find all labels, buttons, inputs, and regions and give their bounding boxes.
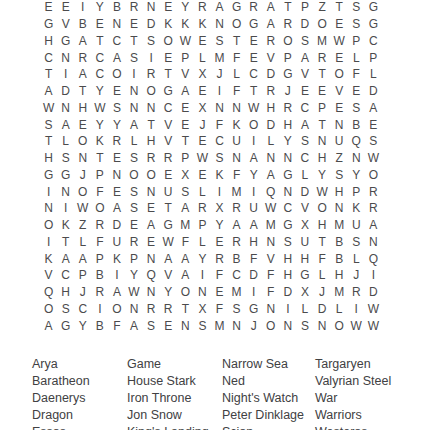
grid-cell[interactable]: F	[262, 284, 279, 301]
grid-cell[interactable]: E	[143, 200, 160, 217]
grid-cell[interactable]: N	[228, 100, 245, 117]
grid-cell[interactable]: E	[108, 183, 125, 200]
grid-cell[interactable]: N	[262, 301, 279, 318]
grid-cell[interactable]: L	[348, 49, 365, 66]
grid-cell[interactable]: S	[125, 49, 142, 66]
grid-cell[interactable]: N	[228, 150, 245, 167]
grid-cell[interactable]: J	[279, 83, 296, 100]
grid-cell[interactable]: C	[211, 133, 228, 150]
grid-cell[interactable]: D	[262, 116, 279, 133]
grid-cell[interactable]: U	[331, 133, 348, 150]
grid-cell[interactable]: O	[331, 66, 348, 83]
grid-cell[interactable]: M	[211, 317, 228, 334]
grid-cell[interactable]: W	[177, 33, 194, 50]
grid-cell[interactable]: G	[228, 0, 245, 16]
grid-cell[interactable]: K	[211, 167, 228, 184]
grid-cell[interactable]: O	[365, 167, 382, 184]
grid-cell[interactable]: S	[143, 33, 160, 50]
grid-cell[interactable]: A	[108, 284, 125, 301]
grid-cell[interactable]: Y	[91, 0, 108, 16]
grid-cell[interactable]: I	[57, 200, 74, 217]
grid-cell[interactable]: U	[108, 234, 125, 251]
grid-cell[interactable]: O	[262, 317, 279, 334]
grid-cell[interactable]: K	[57, 217, 74, 234]
grid-cell[interactable]: H	[143, 133, 160, 150]
grid-cell[interactable]: Y	[91, 116, 108, 133]
grid-cell[interactable]: E	[108, 83, 125, 100]
grid-cell[interactable]: F	[228, 49, 245, 66]
grid-cell[interactable]: S	[125, 183, 142, 200]
grid-cell[interactable]: E	[194, 83, 211, 100]
grid-cell[interactable]: I	[143, 49, 160, 66]
grid-cell[interactable]: P	[348, 183, 365, 200]
grid-cell[interactable]: T	[57, 234, 74, 251]
grid-cell[interactable]: A	[40, 83, 57, 100]
grid-cell[interactable]: T	[91, 150, 108, 167]
grid-cell[interactable]: D	[245, 267, 262, 284]
grid-cell[interactable]: G	[57, 33, 74, 50]
grid-cell[interactable]: E	[108, 150, 125, 167]
grid-cell[interactable]: G	[57, 167, 74, 184]
grid-cell[interactable]: A	[365, 100, 382, 117]
grid-cell[interactable]: C	[74, 301, 91, 318]
grid-cell[interactable]: T	[74, 83, 91, 100]
grid-cell[interactable]: S	[143, 317, 160, 334]
grid-cell[interactable]: K	[160, 16, 177, 33]
grid-cell[interactable]: N	[279, 317, 296, 334]
grid-cell[interactable]: O	[74, 133, 91, 150]
grid-cell[interactable]: X	[211, 200, 228, 217]
grid-cell[interactable]: R	[160, 301, 177, 318]
grid-cell[interactable]: P	[365, 49, 382, 66]
grid-cell[interactable]: Y	[314, 167, 331, 184]
grid-cell[interactable]: E	[194, 133, 211, 150]
grid-cell[interactable]: F	[314, 250, 331, 267]
grid-cell[interactable]: E	[211, 284, 228, 301]
grid-cell[interactable]: B	[91, 317, 108, 334]
grid-cell[interactable]: P	[296, 0, 313, 16]
grid-cell[interactable]: S	[296, 317, 313, 334]
grid-cell[interactable]: Y	[160, 284, 177, 301]
grid-cell[interactable]: T	[91, 33, 108, 50]
grid-cell[interactable]: I	[245, 183, 262, 200]
grid-cell[interactable]: N	[262, 150, 279, 167]
grid-cell[interactable]: E	[245, 33, 262, 50]
grid-cell[interactable]: O	[143, 83, 160, 100]
grid-cell[interactable]: N	[279, 183, 296, 200]
grid-cell[interactable]: N	[143, 250, 160, 267]
grid-cell[interactable]: I	[57, 66, 74, 83]
grid-cell[interactable]: E	[125, 16, 142, 33]
grid-cell[interactable]: E	[365, 116, 382, 133]
grid-cell[interactable]: M	[211, 49, 228, 66]
grid-cell[interactable]: T	[314, 116, 331, 133]
grid-cell[interactable]: A	[296, 49, 313, 66]
grid-cell[interactable]: L	[331, 301, 348, 318]
grid-cell[interactable]: H	[40, 150, 57, 167]
grid-cell[interactable]: D	[108, 217, 125, 234]
grid-cell[interactable]: S	[279, 234, 296, 251]
grid-cell[interactable]: R	[160, 150, 177, 167]
grid-cell[interactable]: J	[194, 116, 211, 133]
grid-cell[interactable]: T	[160, 66, 177, 83]
grid-cell[interactable]: A	[262, 167, 279, 184]
grid-cell[interactable]: S	[228, 301, 245, 318]
grid-cell[interactable]: L	[194, 49, 211, 66]
grid-cell[interactable]: E	[331, 16, 348, 33]
grid-cell[interactable]: E	[160, 167, 177, 184]
grid-cell[interactable]: E	[143, 234, 160, 251]
grid-cell[interactable]: R	[125, 0, 142, 16]
grid-cell[interactable]: H	[245, 234, 262, 251]
grid-cell[interactable]: F	[211, 301, 228, 318]
grid-cell[interactable]: P	[74, 267, 91, 284]
grid-cell[interactable]: V	[262, 49, 279, 66]
grid-cell[interactable]: A	[245, 150, 262, 167]
grid-cell[interactable]: N	[314, 133, 331, 150]
grid-cell[interactable]: G	[365, 0, 382, 16]
grid-cell[interactable]: S	[40, 116, 57, 133]
grid-cell[interactable]: F	[108, 317, 125, 334]
grid-cell[interactable]: O	[314, 16, 331, 33]
grid-cell[interactable]: D	[314, 301, 331, 318]
grid-cell[interactable]: P	[348, 33, 365, 50]
grid-cell[interactable]: Y	[211, 217, 228, 234]
grid-cell[interactable]: L	[125, 133, 142, 150]
grid-cell[interactable]: B	[74, 16, 91, 33]
grid-cell[interactable]: E	[194, 167, 211, 184]
grid-cell[interactable]: X	[194, 301, 211, 318]
grid-cell[interactable]: E	[125, 217, 142, 234]
grid-cell[interactable]: Z	[74, 217, 91, 234]
grid-cell[interactable]: N	[143, 183, 160, 200]
grid-cell[interactable]: M	[262, 217, 279, 234]
grid-cell[interactable]: T	[314, 234, 331, 251]
grid-cell[interactable]: O	[228, 16, 245, 33]
grid-cell[interactable]: T	[279, 0, 296, 16]
grid-cell[interactable]: G	[245, 16, 262, 33]
grid-cell[interactable]: S	[296, 33, 313, 50]
grid-cell[interactable]: V	[296, 200, 313, 217]
grid-cell[interactable]: A	[108, 49, 125, 66]
grid-cell[interactable]: Y	[348, 167, 365, 184]
grid-cell[interactable]: G	[296, 267, 313, 284]
grid-cell[interactable]: I	[125, 66, 142, 83]
grid-cell[interactable]: A	[262, 16, 279, 33]
grid-cell[interactable]: R	[91, 284, 108, 301]
grid-cell[interactable]: E	[91, 16, 108, 33]
grid-cell[interactable]: A	[228, 217, 245, 234]
grid-cell[interactable]: O	[125, 167, 142, 184]
grid-cell[interactable]: C	[296, 100, 313, 117]
grid-cell[interactable]: D	[57, 83, 74, 100]
grid-cell[interactable]: I	[348, 301, 365, 318]
grid-cell[interactable]: C	[228, 267, 245, 284]
grid-cell[interactable]: W	[125, 284, 142, 301]
grid-cell[interactable]: J	[348, 267, 365, 284]
grid-cell[interactable]: P	[177, 150, 194, 167]
grid-cell[interactable]: A	[296, 116, 313, 133]
grid-cell[interactable]: S	[194, 317, 211, 334]
grid-cell[interactable]: R	[194, 0, 211, 16]
grid-cell[interactable]: S	[108, 100, 125, 117]
grid-cell[interactable]: C	[91, 49, 108, 66]
grid-cell[interactable]: N	[57, 100, 74, 117]
grid-cell[interactable]: Q	[143, 267, 160, 284]
grid-cell[interactable]: Y	[91, 83, 108, 100]
grid-cell[interactable]: N	[108, 167, 125, 184]
grid-cell[interactable]: T	[177, 133, 194, 150]
grid-cell[interactable]: R	[365, 183, 382, 200]
grid-cell[interactable]: F	[228, 83, 245, 100]
grid-cell[interactable]: O	[108, 301, 125, 318]
grid-cell[interactable]: N	[228, 317, 245, 334]
grid-cell[interactable]: L	[365, 66, 382, 83]
grid-cell[interactable]: O	[40, 301, 57, 318]
grid-cell[interactable]: W	[314, 183, 331, 200]
grid-cell[interactable]: S	[348, 0, 365, 16]
grid-cell[interactable]: W	[160, 234, 177, 251]
grid-cell[interactable]: I	[211, 83, 228, 100]
grid-cell[interactable]: K	[228, 116, 245, 133]
grid-cell[interactable]: G	[40, 167, 57, 184]
grid-cell[interactable]: S	[348, 234, 365, 251]
grid-cell[interactable]: E	[177, 100, 194, 117]
grid-cell[interactable]: F	[348, 66, 365, 83]
grid-cell[interactable]: A	[245, 217, 262, 234]
grid-cell[interactable]: Q	[348, 133, 365, 150]
grid-cell[interactable]: H	[74, 100, 91, 117]
grid-cell[interactable]: T	[331, 0, 348, 16]
grid-cell[interactable]: P	[91, 167, 108, 184]
grid-cell[interactable]: F	[211, 267, 228, 284]
grid-cell[interactable]: Z	[314, 0, 331, 16]
grid-cell[interactable]: K	[108, 250, 125, 267]
grid-cell[interactable]: N	[348, 150, 365, 167]
grid-cell[interactable]: N	[125, 301, 142, 318]
grid-cell[interactable]: L	[262, 133, 279, 150]
grid-cell[interactable]: J	[314, 284, 331, 301]
grid-cell[interactable]: N	[74, 150, 91, 167]
grid-cell[interactable]: E	[74, 116, 91, 133]
grid-cell[interactable]: C	[91, 66, 108, 83]
grid-cell[interactable]: V	[57, 16, 74, 33]
grid-cell[interactable]: A	[74, 33, 91, 50]
grid-cell[interactable]: C	[279, 200, 296, 217]
grid-cell[interactable]: H	[314, 217, 331, 234]
grid-cell[interactable]: I	[211, 183, 228, 200]
grid-cell[interactable]: I	[40, 234, 57, 251]
grid-cell[interactable]: W	[91, 100, 108, 117]
grid-cell[interactable]: E	[194, 33, 211, 50]
grid-cell[interactable]: C	[160, 100, 177, 117]
grid-cell[interactable]: S	[365, 133, 382, 150]
grid-cell[interactable]: K	[194, 16, 211, 33]
grid-cell[interactable]: S	[57, 301, 74, 318]
grid-cell[interactable]: C	[245, 66, 262, 83]
grid-cell[interactable]: N	[262, 234, 279, 251]
grid-cell[interactable]: E	[331, 100, 348, 117]
grid-cell[interactable]: W	[331, 33, 348, 50]
grid-cell[interactable]: L	[228, 66, 245, 83]
grid-cell[interactable]: W	[365, 150, 382, 167]
grid-cell[interactable]: I	[108, 267, 125, 284]
grid-cell[interactable]: D	[365, 284, 382, 301]
grid-cell[interactable]: T	[245, 83, 262, 100]
grid-cell[interactable]: F	[262, 267, 279, 284]
grid-cell[interactable]: A	[74, 66, 91, 83]
grid-cell[interactable]: L	[57, 133, 74, 150]
grid-cell[interactable]: S	[331, 167, 348, 184]
grid-cell[interactable]: K	[40, 250, 57, 267]
grid-cell[interactable]: N	[279, 150, 296, 167]
grid-cell[interactable]: I	[365, 267, 382, 284]
grid-cell[interactable]: M	[228, 183, 245, 200]
grid-cell[interactable]: K	[177, 16, 194, 33]
grid-cell[interactable]: P	[314, 100, 331, 117]
grid-cell[interactable]: F	[91, 183, 108, 200]
grid-cell[interactable]: W	[74, 200, 91, 217]
grid-cell[interactable]: G	[245, 301, 262, 318]
grid-cell[interactable]: D	[143, 16, 160, 33]
grid-cell[interactable]: V	[177, 66, 194, 83]
grid-cell[interactable]: N	[40, 200, 57, 217]
grid-cell[interactable]: R	[125, 234, 142, 251]
grid-cell[interactable]: L	[296, 301, 313, 318]
grid-cell[interactable]: L	[194, 234, 211, 251]
grid-cell[interactable]: N	[143, 0, 160, 16]
grid-cell[interactable]: A	[74, 250, 91, 267]
grid-cell[interactable]: P	[125, 250, 142, 267]
grid-cell[interactable]: H	[331, 183, 348, 200]
grid-cell[interactable]: T	[160, 200, 177, 217]
grid-cell[interactable]: R	[108, 133, 125, 150]
grid-cell[interactable]: X	[194, 100, 211, 117]
grid-cell[interactable]: G	[160, 217, 177, 234]
grid-cell[interactable]: N	[331, 200, 348, 217]
grid-cell[interactable]: E	[160, 49, 177, 66]
grid-cell[interactable]: R	[262, 33, 279, 50]
grid-cell[interactable]: X	[296, 217, 313, 234]
grid-cell[interactable]: F	[211, 116, 228, 133]
grid-cell[interactable]: C	[40, 49, 57, 66]
grid-cell[interactable]: R	[143, 301, 160, 318]
grid-cell[interactable]: R	[194, 200, 211, 217]
grid-cell[interactable]: J	[245, 317, 262, 334]
grid-cell[interactable]: R	[211, 250, 228, 267]
grid-cell[interactable]: E	[177, 116, 194, 133]
grid-cell[interactable]: H	[279, 116, 296, 133]
grid-cell[interactable]: I	[91, 301, 108, 318]
grid-cell[interactable]: S	[296, 133, 313, 150]
grid-cell[interactable]: W	[245, 100, 262, 117]
grid-cell[interactable]: N	[211, 100, 228, 117]
grid-cell[interactable]: E	[211, 234, 228, 251]
grid-cell[interactable]: I	[40, 183, 57, 200]
grid-cell[interactable]: N	[125, 100, 142, 117]
grid-cell[interactable]: L	[314, 267, 331, 284]
grid-cell[interactable]: X	[177, 167, 194, 184]
grid-cell[interactable]: G	[279, 167, 296, 184]
grid-cell[interactable]: D	[365, 83, 382, 100]
grid-cell[interactable]: P	[279, 49, 296, 66]
grid-cell[interactable]: B	[228, 250, 245, 267]
grid-cell[interactable]: Y	[177, 0, 194, 16]
grid-cell[interactable]: X	[194, 66, 211, 83]
grid-cell[interactable]: R	[228, 234, 245, 251]
grid-cell[interactable]: G	[279, 66, 296, 83]
grid-cell[interactable]: B	[348, 116, 365, 133]
grid-cell[interactable]: E	[331, 49, 348, 66]
grid-cell[interactable]: V	[296, 66, 313, 83]
grid-cell[interactable]: C	[365, 33, 382, 50]
grid-cell[interactable]: H	[262, 100, 279, 117]
grid-cell[interactable]: N	[365, 234, 382, 251]
grid-cell[interactable]: T	[125, 33, 142, 50]
grid-cell[interactable]: C	[108, 33, 125, 50]
grid-cell[interactable]: F	[245, 250, 262, 267]
grid-cell[interactable]: N	[57, 49, 74, 66]
grid-cell[interactable]: Q	[40, 284, 57, 301]
grid-cell[interactable]: H	[296, 250, 313, 267]
grid-cell[interactable]: U	[228, 133, 245, 150]
grid-cell[interactable]: S	[348, 100, 365, 117]
grid-cell[interactable]: K	[91, 133, 108, 150]
grid-cell[interactable]: O	[245, 116, 262, 133]
grid-cell[interactable]: O	[40, 217, 57, 234]
grid-cell[interactable]: V	[331, 83, 348, 100]
grid-cell[interactable]: Q	[365, 250, 382, 267]
grid-cell[interactable]: L	[296, 167, 313, 184]
grid-cell[interactable]: R	[314, 49, 331, 66]
grid-cell[interactable]: D	[296, 183, 313, 200]
grid-cell[interactable]: T	[40, 133, 57, 150]
grid-cell[interactable]: Y	[245, 167, 262, 184]
grid-cell[interactable]: R	[279, 100, 296, 117]
grid-cell[interactable]: N	[177, 317, 194, 334]
grid-cell[interactable]: W	[262, 200, 279, 217]
grid-cell[interactable]: R	[245, 0, 262, 16]
grid-cell[interactable]: Y	[194, 250, 211, 267]
grid-cell[interactable]: K	[348, 200, 365, 217]
grid-cell[interactable]: D	[262, 66, 279, 83]
grid-cell[interactable]: T	[314, 66, 331, 83]
grid-cell[interactable]: T	[143, 116, 160, 133]
grid-cell[interactable]: P	[194, 217, 211, 234]
grid-cell[interactable]: F	[228, 167, 245, 184]
grid-cell[interactable]: V	[262, 250, 279, 267]
grid-cell[interactable]: G	[40, 16, 57, 33]
grid-cell[interactable]: E	[314, 83, 331, 100]
grid-cell[interactable]: I	[245, 284, 262, 301]
grid-cell[interactable]: U	[160, 183, 177, 200]
grid-cell[interactable]: E	[160, 0, 177, 16]
grid-cell[interactable]: U	[296, 234, 313, 251]
grid-cell[interactable]: W	[40, 100, 57, 117]
grid-cell[interactable]: V	[40, 267, 57, 284]
grid-cell[interactable]: P	[91, 250, 108, 267]
grid-cell[interactable]: N	[143, 100, 160, 117]
grid-cell[interactable]: I	[74, 0, 91, 16]
grid-cell[interactable]: D	[279, 284, 296, 301]
grid-cell[interactable]: V	[160, 116, 177, 133]
grid-cell[interactable]: E	[160, 317, 177, 334]
grid-cell[interactable]: A	[57, 116, 74, 133]
grid-cell[interactable]: L	[348, 250, 365, 267]
grid-cell[interactable]: A	[160, 250, 177, 267]
grid-cell[interactable]: S	[125, 150, 142, 167]
grid-cell[interactable]: N	[57, 183, 74, 200]
